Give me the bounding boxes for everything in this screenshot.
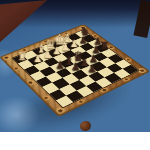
chess-board: ♜♝♛♚♝♞♟♟♟♟♟♟♟♟♝♛♟♜♟♟♟♟ xyxy=(11,29,140,108)
square-g6[interactable] xyxy=(99,58,115,67)
board-perspective-scene: ♜♝♛♚♝♞♟♟♟♟♟♟♟♟♝♛♟♜♟♟♟♟ xyxy=(0,0,150,132)
bottom-white-margin xyxy=(0,132,150,150)
carved-wooden-frame: ♜♝♛♚♝♞♟♟♟♟♟♟♟♟♝♛♟♜♟♟♟♟ xyxy=(0,24,150,117)
photo-chess-scene: ♜♝♛♚♝♞♟♟♟♟♟♟♟♟♝♛♟♜♟♟♟♟ xyxy=(0,0,150,150)
